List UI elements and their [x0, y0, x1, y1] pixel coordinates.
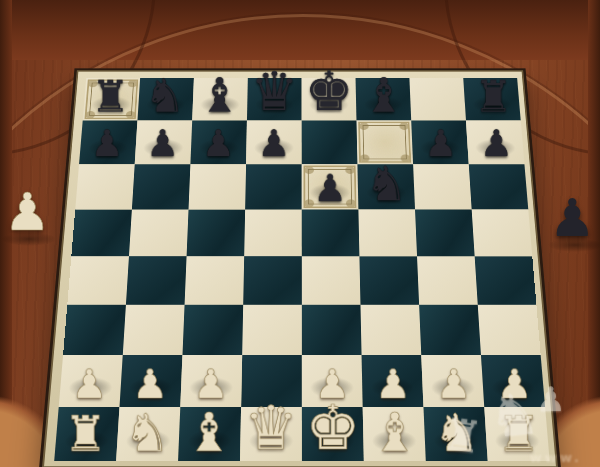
square-g8[interactable] — [409, 78, 466, 120]
square-e7[interactable] — [302, 120, 358, 164]
square-c6[interactable] — [189, 164, 247, 209]
white-pawn-b2[interactable]: ♟ — [132, 366, 168, 404]
black-rook-h8[interactable]: ♜ — [474, 77, 512, 118]
black-queen-d8[interactable]: ♛ — [251, 67, 299, 118]
square-e6[interactable]: ♟ — [302, 164, 359, 209]
square-e3[interactable] — [302, 305, 362, 355]
captured-black-pawn-shadow — [548, 238, 600, 252]
square-a5[interactable] — [71, 209, 132, 256]
square-c4[interactable] — [185, 256, 245, 304]
black-pawn-g7[interactable]: ♟ — [424, 126, 457, 161]
black-pawn-c7[interactable]: ♟ — [202, 126, 235, 161]
square-a2[interactable]: ♟ — [59, 355, 123, 407]
board-rim: ♜♞♝♛♚♝♜♟♟♟♟♟♟♟♞♟♟♟♟♟♟♟♜♞♝♛♚♝♞♜ — [42, 70, 558, 467]
square-d5[interactable] — [244, 209, 302, 256]
white-pawn-c2[interactable]: ♟ — [193, 366, 229, 404]
square-a8[interactable]: ♜ — [83, 78, 140, 120]
watermark-ghost-piece-icon: ♟ — [536, 379, 566, 419]
square-a3[interactable] — [63, 305, 126, 355]
captured-white-pawn-shadow — [2, 232, 56, 246]
black-bishop-c8[interactable]: ♝ — [199, 73, 241, 118]
square-d7[interactable]: ♟ — [246, 120, 302, 164]
white-pawn-icon: ♟ — [4, 186, 51, 238]
square-a6[interactable] — [75, 164, 134, 209]
square-b1[interactable]: ♞ — [116, 407, 180, 461]
square-h5[interactable] — [472, 209, 533, 256]
black-king-e8[interactable]: ♚ — [305, 66, 353, 118]
white-pawn-f2[interactable]: ♟ — [375, 366, 411, 404]
black-knight-f6[interactable]: ♞ — [366, 162, 408, 207]
square-g5[interactable] — [415, 209, 475, 256]
square-g6[interactable] — [413, 164, 472, 209]
captured-white-pawn: ♟ — [4, 186, 51, 238]
square-h7[interactable]: ♟ — [466, 120, 524, 164]
square-e4[interactable] — [302, 256, 361, 304]
square-b2[interactable]: ♟ — [120, 355, 183, 407]
square-c8[interactable]: ♝ — [192, 78, 248, 120]
watermark-ghost-piece-icon: ♜ — [439, 408, 485, 464]
black-rook-a8[interactable]: ♜ — [91, 77, 129, 118]
square-b6[interactable] — [132, 164, 191, 209]
black-pawn-d7[interactable]: ♟ — [258, 126, 291, 161]
watermark-text: www. — [530, 450, 582, 465]
square-g7[interactable]: ♟ — [411, 120, 469, 164]
square-a1[interactable]: ♜ — [54, 407, 119, 461]
white-rook-a1[interactable]: ♜ — [64, 411, 107, 457]
square-h8[interactable]: ♜ — [463, 78, 520, 120]
square-b7[interactable]: ♟ — [135, 120, 192, 164]
square-d8[interactable]: ♛ — [247, 78, 302, 120]
captured-black-pawn: ♟ — [549, 192, 596, 244]
square-f6[interactable]: ♞ — [357, 164, 415, 209]
square-e1[interactable]: ♚ — [302, 407, 364, 461]
square-d3[interactable] — [242, 305, 302, 355]
square-b5[interactable] — [129, 209, 189, 256]
square-c5[interactable] — [187, 209, 246, 256]
square-f8[interactable]: ♝ — [356, 78, 412, 120]
square-d6[interactable] — [245, 164, 302, 209]
black-knight-b8[interactable]: ♞ — [145, 74, 186, 117]
square-f2[interactable]: ♟ — [362, 355, 424, 407]
square-b8[interactable]: ♞ — [137, 78, 194, 120]
square-b4[interactable] — [126, 256, 187, 304]
white-pawn-g2[interactable]: ♟ — [436, 366, 472, 404]
square-f5[interactable] — [358, 209, 417, 256]
square-g2[interactable]: ♟ — [421, 355, 484, 407]
chess-board[interactable]: ♜♞♝♛♚♝♜♟♟♟♟♟♟♟♞♟♟♟♟♟♟♟♜♞♝♛♚♝♞♜ — [54, 78, 549, 461]
square-e8[interactable]: ♚ — [302, 78, 357, 120]
square-a4[interactable] — [67, 256, 129, 304]
square-a7[interactable]: ♟ — [79, 120, 137, 164]
square-d4[interactable] — [243, 256, 302, 304]
square-f3[interactable] — [360, 305, 421, 355]
square-g3[interactable] — [419, 305, 481, 355]
white-king-e1[interactable]: ♚ — [306, 399, 361, 457]
square-c1[interactable]: ♝ — [178, 407, 241, 461]
black-pawn-b7[interactable]: ♟ — [146, 126, 179, 161]
square-h4[interactable] — [475, 256, 537, 304]
white-bishop-c1[interactable]: ♝ — [185, 407, 233, 458]
board-perspective-wrapper: ♜♞♝♛♚♝♜♟♟♟♟♟♟♟♞♟♟♟♟♟♟♟♜♞♝♛♚♝♞♜ — [42, 70, 558, 467]
black-pawn-e6[interactable]: ♟ — [313, 171, 346, 207]
black-bishop-f8[interactable]: ♝ — [363, 73, 405, 118]
game-scene: ♜♞♝♛♚♝♜♟♟♟♟♟♟♟♞♟♟♟♟♟♟♟♜♞♝♛♚♝♞♜ ♟ ♟ ♞ ♜ ♟… — [0, 0, 600, 467]
square-b3[interactable] — [123, 305, 185, 355]
square-h6[interactable] — [469, 164, 529, 209]
white-knight-b1[interactable]: ♞ — [124, 409, 170, 458]
square-e5[interactable] — [302, 209, 360, 256]
white-bishop-f1[interactable]: ♝ — [371, 407, 419, 458]
white-queen-d1[interactable]: ♛ — [244, 400, 298, 457]
black-pawn-h7[interactable]: ♟ — [480, 126, 513, 161]
square-c7[interactable]: ♟ — [190, 120, 247, 164]
square-h3[interactable] — [478, 305, 541, 355]
white-pawn-a2[interactable]: ♟ — [71, 366, 107, 404]
square-c3[interactable] — [182, 305, 243, 355]
black-pawn-icon: ♟ — [549, 192, 596, 244]
square-c2[interactable]: ♟ — [180, 355, 242, 407]
table-top-band — [0, 0, 600, 60]
square-d1[interactable]: ♛ — [240, 407, 302, 461]
black-pawn-a7[interactable]: ♟ — [91, 126, 124, 161]
square-g4[interactable] — [417, 256, 478, 304]
square-f4[interactable] — [359, 256, 419, 304]
square-f1[interactable]: ♝ — [363, 407, 426, 461]
